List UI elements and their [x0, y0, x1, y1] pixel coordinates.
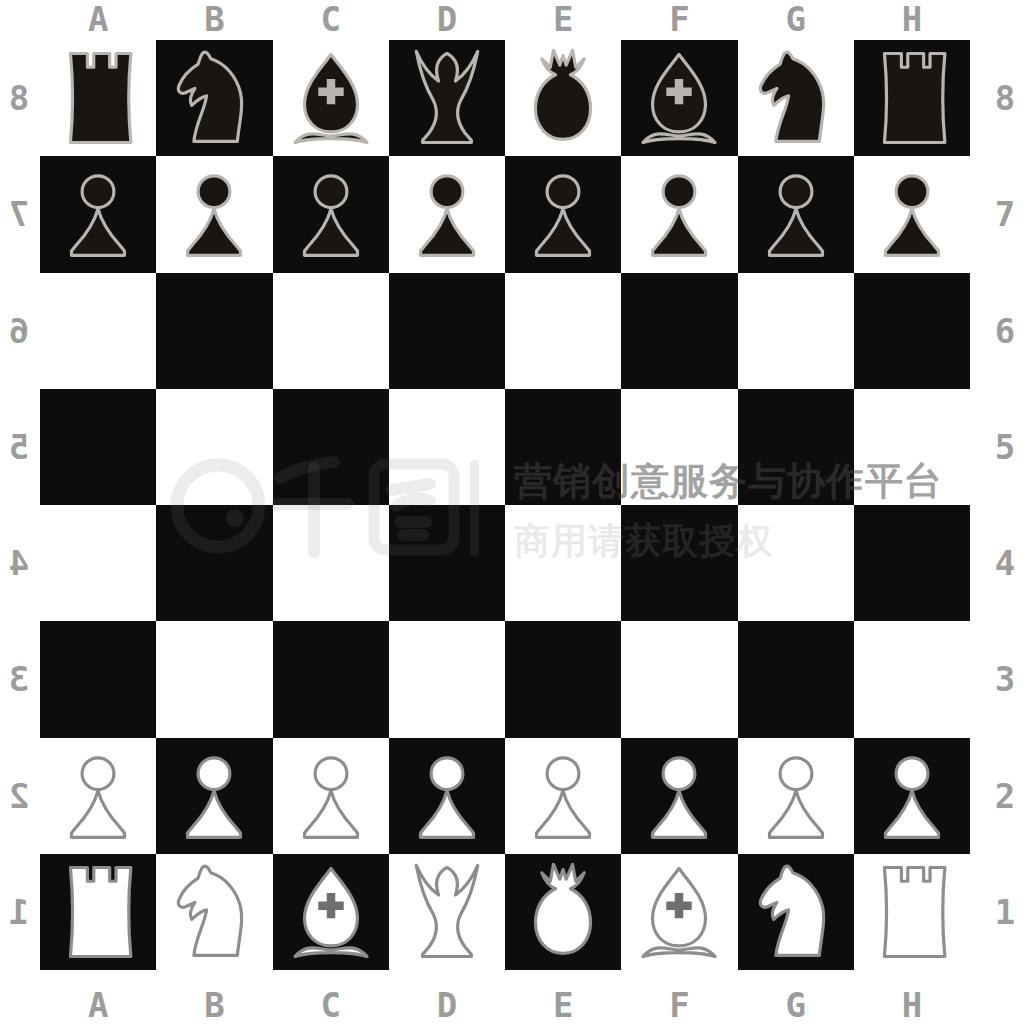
square-f4[interactable]: [621, 505, 737, 621]
square-g7[interactable]: [738, 156, 854, 272]
black-queen[interactable]: [394, 45, 500, 151]
square-e6[interactable]: [505, 273, 621, 389]
square-a1[interactable]: [40, 854, 156, 970]
chess-diagram: 营销创意服务与协作平台 商用请获取授权 AABBCCDDEEFFGGHH8877…: [0, 0, 1024, 1029]
square-g2[interactable]: [738, 738, 854, 854]
white-pawn[interactable]: [161, 743, 267, 849]
square-e8[interactable]: [505, 40, 621, 156]
white-rook[interactable]: [45, 859, 151, 965]
black-pawn[interactable]: [278, 161, 384, 267]
square-f1[interactable]: [621, 854, 737, 970]
white-bishop[interactable]: [278, 859, 384, 965]
square-f5[interactable]: [621, 389, 737, 505]
square-e5[interactable]: [505, 389, 621, 505]
rank-label-right-7: 7: [986, 156, 1024, 272]
file-label-bottom-h: H: [854, 982, 970, 1028]
file-label-top-h: H: [854, 0, 970, 38]
square-g1[interactable]: [738, 854, 854, 970]
rank-label-left-1: 1: [0, 854, 38, 970]
square-g3[interactable]: [738, 621, 854, 737]
rank-label-left-4: 4: [0, 505, 38, 621]
square-a8[interactable]: [40, 40, 156, 156]
black-knight[interactable]: [161, 45, 267, 151]
square-h3[interactable]: [854, 621, 970, 737]
white-rook[interactable]: [859, 859, 965, 965]
square-c2[interactable]: [273, 738, 389, 854]
file-label-top-c: C: [273, 0, 389, 38]
file-label-top-b: B: [156, 0, 272, 38]
rank-label-right-3: 3: [986, 621, 1024, 737]
square-g5[interactable]: [738, 389, 854, 505]
file-label-top-g: G: [738, 0, 854, 38]
square-d7[interactable]: [389, 156, 505, 272]
file-label-bottom-b: B: [156, 982, 272, 1028]
black-pawn[interactable]: [859, 161, 965, 267]
square-h2[interactable]: [854, 738, 970, 854]
file-label-bottom-a: A: [40, 982, 156, 1028]
square-h1[interactable]: [854, 854, 970, 970]
white-knight[interactable]: [161, 859, 267, 965]
square-h8[interactable]: [854, 40, 970, 156]
rank-label-left-8: 8: [0, 40, 38, 156]
rank-label-right-4: 4: [986, 505, 1024, 621]
square-a5[interactable]: [40, 389, 156, 505]
square-d4[interactable]: [389, 505, 505, 621]
square-e2[interactable]: [505, 738, 621, 854]
square-h5[interactable]: [854, 389, 970, 505]
black-pawn[interactable]: [45, 161, 151, 267]
square-b5[interactable]: [156, 389, 272, 505]
black-rook[interactable]: [859, 45, 965, 151]
square-g4[interactable]: [738, 505, 854, 621]
square-b4[interactable]: [156, 505, 272, 621]
white-bishop[interactable]: [626, 859, 732, 965]
square-d5[interactable]: [389, 389, 505, 505]
square-c8[interactable]: [273, 40, 389, 156]
chess-board: [40, 40, 970, 970]
rank-label-left-6: 6: [0, 273, 38, 389]
white-pawn[interactable]: [45, 743, 151, 849]
rank-label-right-8: 8: [986, 40, 1024, 156]
white-pawn[interactable]: [743, 743, 849, 849]
square-c3[interactable]: [273, 621, 389, 737]
square-e3[interactable]: [505, 621, 621, 737]
rank-label-right-1: 1: [986, 854, 1024, 970]
square-d6[interactable]: [389, 273, 505, 389]
square-d2[interactable]: [389, 738, 505, 854]
white-queen[interactable]: [394, 859, 500, 965]
black-bishop[interactable]: [626, 45, 732, 151]
black-pawn[interactable]: [626, 161, 732, 267]
square-e1[interactable]: [505, 854, 621, 970]
white-pawn[interactable]: [510, 743, 616, 849]
rank-label-right-2: 2: [986, 738, 1024, 854]
black-pawn[interactable]: [743, 161, 849, 267]
square-a7[interactable]: [40, 156, 156, 272]
white-pawn[interactable]: [394, 743, 500, 849]
square-g6[interactable]: [738, 273, 854, 389]
square-b1[interactable]: [156, 854, 272, 970]
square-b7[interactable]: [156, 156, 272, 272]
square-a6[interactable]: [40, 273, 156, 389]
square-c6[interactable]: [273, 273, 389, 389]
white-pawn[interactable]: [278, 743, 384, 849]
file-label-bottom-d: D: [389, 982, 505, 1028]
rank-label-left-7: 7: [0, 156, 38, 272]
square-e4[interactable]: [505, 505, 621, 621]
square-f6[interactable]: [621, 273, 737, 389]
black-bishop[interactable]: [278, 45, 384, 151]
square-a2[interactable]: [40, 738, 156, 854]
square-e7[interactable]: [505, 156, 621, 272]
square-b2[interactable]: [156, 738, 272, 854]
file-label-top-f: F: [621, 0, 737, 38]
square-a4[interactable]: [40, 505, 156, 621]
white-pawn[interactable]: [626, 743, 732, 849]
square-c5[interactable]: [273, 389, 389, 505]
rank-label-left-5: 5: [0, 389, 38, 505]
file-label-top-d: D: [389, 0, 505, 38]
black-pawn[interactable]: [394, 161, 500, 267]
black-pawn[interactable]: [161, 161, 267, 267]
rank-label-right-6: 6: [986, 273, 1024, 389]
square-b3[interactable]: [156, 621, 272, 737]
square-b6[interactable]: [156, 273, 272, 389]
square-f2[interactable]: [621, 738, 737, 854]
square-b8[interactable]: [156, 40, 272, 156]
black-pawn[interactable]: [510, 161, 616, 267]
square-d3[interactable]: [389, 621, 505, 737]
rank-label-left-2: 2: [0, 738, 38, 854]
file-label-bottom-e: E: [505, 982, 621, 1028]
square-h6[interactable]: [854, 273, 970, 389]
white-pawn[interactable]: [859, 743, 965, 849]
square-c1[interactable]: [273, 854, 389, 970]
rank-label-left-3: 3: [0, 621, 38, 737]
square-g8[interactable]: [738, 40, 854, 156]
square-h4[interactable]: [854, 505, 970, 621]
file-label-top-e: E: [505, 0, 621, 38]
square-d8[interactable]: [389, 40, 505, 156]
file-label-bottom-f: F: [621, 982, 737, 1028]
square-c4[interactable]: [273, 505, 389, 621]
square-c7[interactable]: [273, 156, 389, 272]
file-label-top-a: A: [40, 0, 156, 38]
square-f8[interactable]: [621, 40, 737, 156]
white-king[interactable]: [510, 859, 616, 965]
black-rook[interactable]: [45, 45, 151, 151]
black-king[interactable]: [510, 45, 616, 151]
square-f7[interactable]: [621, 156, 737, 272]
file-label-bottom-c: C: [273, 982, 389, 1028]
square-a3[interactable]: [40, 621, 156, 737]
file-label-bottom-g: G: [738, 982, 854, 1028]
white-knight[interactable]: [743, 859, 849, 965]
square-d1[interactable]: [389, 854, 505, 970]
rank-label-right-5: 5: [986, 389, 1024, 505]
square-h7[interactable]: [854, 156, 970, 272]
black-knight[interactable]: [743, 45, 849, 151]
square-f3[interactable]: [621, 621, 737, 737]
